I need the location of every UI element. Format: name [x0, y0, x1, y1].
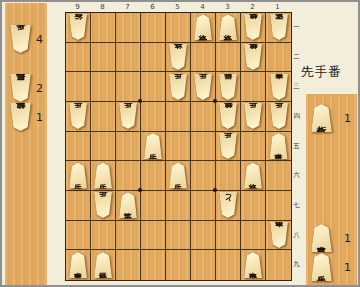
- turn-indicator: 先手番: [301, 64, 342, 81]
- board-cell-2六[interactable]: 金将: [241, 161, 266, 191]
- file-label-6: 6: [140, 3, 165, 11]
- board-cell-9六[interactable]: 歩兵: [66, 161, 91, 191]
- board-cell-3八[interactable]: [216, 221, 241, 251]
- board-piece[interactable]: 玉将: [118, 192, 138, 218]
- board-cell-4三[interactable]: 歩兵: [191, 72, 216, 102]
- board-cell-6二[interactable]: [141, 43, 166, 73]
- board-cell-3七[interactable]: と: [216, 191, 241, 221]
- board-piece[interactable]: 金将: [193, 14, 213, 40]
- board-cell-4二[interactable]: [191, 43, 216, 73]
- board-cell-5二[interactable]: 金将: [166, 43, 191, 73]
- board-cell-6四[interactable]: [141, 102, 166, 132]
- board-cell-4六[interactable]: [191, 161, 216, 191]
- board-piece[interactable]: 銀将: [243, 14, 263, 40]
- board-cell-8三[interactable]: [91, 72, 116, 102]
- board-cell-4八[interactable]: [191, 221, 216, 251]
- board-cell-9五[interactable]: [66, 132, 91, 162]
- board-cell-6五[interactable]: 歩兵: [141, 132, 166, 162]
- board-piece[interactable]: 金将: [168, 44, 188, 70]
- board-piece[interactable]: 歩兵: [143, 133, 163, 159]
- board-cell-1二[interactable]: [266, 43, 291, 73]
- board-cell-2二[interactable]: 銀将: [241, 43, 266, 73]
- board-cell-2一[interactable]: 銀将: [241, 13, 266, 43]
- board-cell-8一[interactable]: [91, 13, 116, 43]
- board-cell-5三[interactable]: 歩兵: [166, 72, 191, 102]
- gote-hand-piece[interactable]: 桂馬: [9, 74, 32, 102]
- board-piece[interactable]: 歩兵: [269, 103, 289, 129]
- board-cell-5五[interactable]: [166, 132, 191, 162]
- gote-hand-slot[interactable]: 桂馬: [9, 74, 32, 102]
- sente-hand-piece[interactable]: 歩兵: [310, 253, 333, 281]
- board-cell-9七[interactable]: [66, 191, 91, 221]
- board-cell-1九[interactable]: [266, 250, 291, 280]
- hoshi-dot: [138, 99, 142, 103]
- sente-hand-count: 1: [344, 232, 351, 245]
- board-cell-2四[interactable]: 歩兵: [241, 102, 266, 132]
- board-cell-1八[interactable]: 飛車: [266, 221, 291, 251]
- file-label-2: 2: [240, 3, 265, 11]
- board-cell-9一[interactable]: 角行: [66, 13, 91, 43]
- file-label-7: 7: [115, 3, 140, 11]
- board-cell-8二[interactable]: [91, 43, 116, 73]
- gote-hand-slot[interactable]: 歩兵: [9, 25, 32, 53]
- board-cell-3九[interactable]: [216, 250, 241, 280]
- board-cell-8六[interactable]: 歩兵: [91, 161, 116, 191]
- board-piece[interactable]: 歩兵: [68, 103, 88, 129]
- board-cell-7六[interactable]: [116, 161, 141, 191]
- board-cell-7八[interactable]: [116, 221, 141, 251]
- board-cell-5一[interactable]: [166, 13, 191, 43]
- file-label-9: 9: [65, 3, 90, 11]
- board-cell-1六[interactable]: [266, 161, 291, 191]
- board-piece[interactable]: 香車: [269, 133, 289, 159]
- board-cell-4四[interactable]: [191, 102, 216, 132]
- board-cell-9九[interactable]: 香車: [66, 250, 91, 280]
- board-cell-2七[interactable]: [241, 191, 266, 221]
- gote-captured-tray: 歩兵4桂馬2銀将1: [5, 3, 47, 285]
- board-cell-2八[interactable]: [241, 221, 266, 251]
- board-cell-6一[interactable]: [141, 13, 166, 43]
- board-cell-6六[interactable]: [141, 161, 166, 191]
- sente-hand-count: 1: [344, 112, 351, 125]
- board-piece[interactable]: 香車: [269, 74, 289, 100]
- board-piece[interactable]: 金将: [243, 163, 263, 189]
- board-cell-8五[interactable]: [91, 132, 116, 162]
- rank-label-七: 七: [292, 201, 301, 210]
- board-piece[interactable]: 歩兵: [168, 163, 188, 189]
- rank-label-二: 二: [292, 53, 301, 62]
- board-cell-4七[interactable]: [191, 191, 216, 221]
- board-cell-7五[interactable]: [116, 132, 141, 162]
- board-piece[interactable]: 歩兵: [243, 103, 263, 129]
- gote-hand-piece[interactable]: 銀将: [9, 103, 32, 131]
- board-cell-6八[interactable]: [141, 221, 166, 251]
- board-piece[interactable]: 歩兵: [68, 163, 88, 189]
- board-cell-4五[interactable]: [191, 132, 216, 162]
- board-cell-2五[interactable]: [241, 132, 266, 162]
- sente-hand-slot[interactable]: 歩兵: [310, 253, 333, 281]
- board-cell-9二[interactable]: [66, 43, 91, 73]
- board-piece[interactable]: 歩兵: [93, 163, 113, 189]
- board-piece[interactable]: と: [218, 192, 238, 218]
- board-piece[interactable]: 銀将: [243, 44, 263, 70]
- file-label-5: 5: [165, 3, 190, 11]
- file-label-1: 1: [265, 3, 290, 11]
- board-cell-9八[interactable]: [66, 221, 91, 251]
- file-label-3: 3: [215, 3, 240, 11]
- board-piece[interactable]: 歩兵: [193, 74, 213, 100]
- board-cell-5六[interactable]: 歩兵: [166, 161, 191, 191]
- board-piece[interactable]: 飛車: [269, 222, 289, 248]
- board-cell-8九[interactable]: 桂馬: [91, 250, 116, 280]
- board-cell-4九[interactable]: [191, 250, 216, 280]
- board-cell-1五[interactable]: 香車: [266, 132, 291, 162]
- board-piece[interactable]: 歩兵: [118, 103, 138, 129]
- board-piece[interactable]: 歩兵: [168, 74, 188, 100]
- file-label-4: 4: [190, 3, 215, 11]
- board-cell-6三[interactable]: [141, 72, 166, 102]
- board-cell-3四[interactable]: 銀将: [216, 102, 241, 132]
- board-cell-3一[interactable]: 金将: [216, 13, 241, 43]
- rank-label-一: 一: [292, 23, 301, 32]
- board-piece[interactable]: 角行: [68, 14, 88, 40]
- board-cell-4一[interactable]: 金将: [191, 13, 216, 43]
- hoshi-dot: [138, 188, 142, 192]
- board-cell-3二[interactable]: [216, 43, 241, 73]
- gote-hand-count: 4: [36, 33, 43, 46]
- board-cell-8四[interactable]: [91, 102, 116, 132]
- rank-label-九: 九: [292, 260, 301, 269]
- rank-label-三: 三: [292, 82, 301, 91]
- hoshi-dot: [213, 188, 217, 192]
- file-label-8: 8: [90, 3, 115, 11]
- board-cell-8七[interactable]: 歩兵: [91, 191, 116, 221]
- board-cell-7一[interactable]: [116, 13, 141, 43]
- board-cell-1三[interactable]: 香車: [266, 72, 291, 102]
- board-cell-7二[interactable]: [116, 43, 141, 73]
- sente-captured-tray: 角行1香車1歩兵1: [306, 94, 357, 285]
- gote-hand-piece[interactable]: 歩兵: [9, 25, 32, 53]
- board-piece[interactable]: 飛車: [243, 252, 263, 278]
- board-cell-2三[interactable]: [241, 72, 266, 102]
- board-cell-1七[interactable]: [266, 191, 291, 221]
- board-cell-1一[interactable]: 王将: [266, 13, 291, 43]
- board-piece[interactable]: 歩兵: [93, 192, 113, 218]
- board-cell-9三[interactable]: [66, 72, 91, 102]
- shogi-app: 歩兵4桂馬2銀将1 角行金将金将銀将王将金将銀将歩兵歩兵桂馬香車歩兵歩兵銀将歩兵…: [0, 0, 360, 287]
- board-cell-7三[interactable]: [116, 72, 141, 102]
- board-cell-8八[interactable]: [91, 221, 116, 251]
- board-cell-9四[interactable]: 歩兵: [66, 102, 91, 132]
- board-cell-1四[interactable]: 歩兵: [266, 102, 291, 132]
- board-cell-7九[interactable]: [116, 250, 141, 280]
- board-cell-7四[interactable]: 歩兵: [116, 102, 141, 132]
- board-piece[interactable]: 銀将: [218, 103, 238, 129]
- board-cell-5四[interactable]: [166, 102, 191, 132]
- board-cell-3三[interactable]: 桂馬: [216, 72, 241, 102]
- board-cell-2九[interactable]: 飛車: [241, 250, 266, 280]
- sente-hand-count: 1: [344, 261, 351, 274]
- board-cell-6九[interactable]: [141, 250, 166, 280]
- board-cell-6七[interactable]: [141, 191, 166, 221]
- board-cell-3六[interactable]: [216, 161, 241, 191]
- rank-label-四: 四: [292, 112, 301, 121]
- board-cell-5七[interactable]: [166, 191, 191, 221]
- rank-label-六: 六: [292, 171, 301, 180]
- shogi-board: 角行金将金将銀将王将金将銀将歩兵歩兵桂馬香車歩兵歩兵銀将歩兵歩兵歩兵歩兵香車歩兵…: [65, 12, 292, 281]
- board-cell-3五[interactable]: 歩兵: [216, 132, 241, 162]
- gote-hand-count: 2: [36, 82, 43, 95]
- gote-hand-slot[interactable]: 銀将: [9, 103, 32, 131]
- board-cell-7七[interactable]: 玉将: [116, 191, 141, 221]
- gote-hand-count: 1: [36, 111, 43, 124]
- rank-label-八: 八: [292, 231, 301, 240]
- board-piece[interactable]: 金将: [218, 14, 238, 40]
- sente-hand-slot[interactable]: 香車: [310, 224, 333, 252]
- sente-hand-piece[interactable]: 香車: [310, 224, 333, 252]
- board-piece[interactable]: 王将: [269, 14, 289, 40]
- board-piece[interactable]: 香車: [68, 252, 88, 278]
- board-cell-5九[interactable]: [166, 250, 191, 280]
- board-piece[interactable]: 桂馬: [93, 252, 113, 278]
- board-piece[interactable]: 桂馬: [218, 74, 238, 100]
- sente-hand-piece[interactable]: 角行: [310, 104, 333, 132]
- rank-label-五: 五: [292, 142, 301, 151]
- sente-hand-slot[interactable]: 角行: [310, 104, 333, 132]
- board-piece[interactable]: 歩兵: [218, 133, 238, 159]
- hoshi-dot: [213, 99, 217, 103]
- board-cell-5八[interactable]: [166, 221, 191, 251]
